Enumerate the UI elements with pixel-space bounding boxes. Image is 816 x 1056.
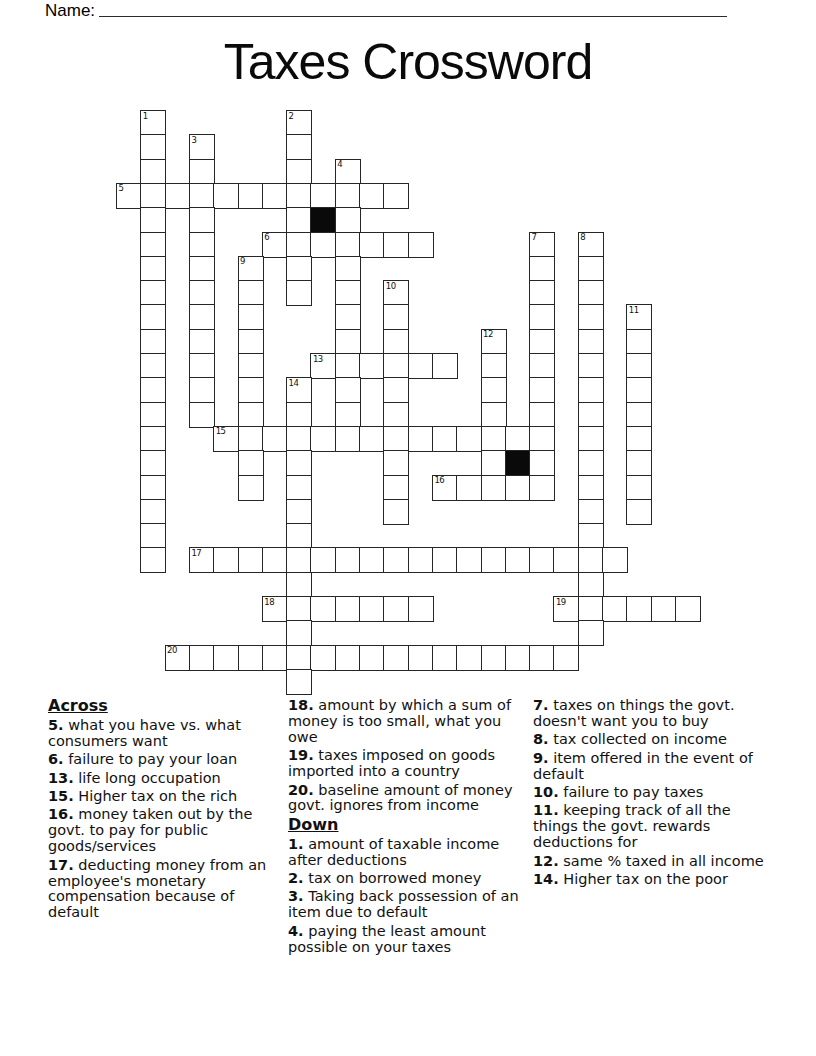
- grid-cell[interactable]: [383, 304, 409, 330]
- clue-number-3: 3: [191, 135, 196, 145]
- grid-cell[interactable]: [140, 426, 166, 452]
- grid-cell[interactable]: [408, 426, 434, 452]
- grid-cell[interactable]: [529, 353, 555, 379]
- grid-cell[interactable]: [383, 377, 409, 403]
- grid-cell[interactable]: [335, 256, 361, 282]
- grid-cell[interactable]: [262, 183, 288, 209]
- grid-cell[interactable]: [238, 475, 264, 501]
- grid-cell[interactable]: [140, 402, 166, 428]
- grid-cell[interactable]: [529, 402, 555, 428]
- grid-cell[interactable]: [529, 256, 555, 282]
- grid-cell[interactable]: [578, 329, 604, 355]
- grid-cell[interactable]: [578, 304, 604, 330]
- clue-text: Higher tax on the rich: [74, 788, 237, 804]
- grid-cell[interactable]: [578, 402, 604, 428]
- grid-cell[interactable]: [140, 134, 166, 160]
- grid-cell[interactable]: [505, 547, 531, 573]
- clue-list-number: 3.: [288, 888, 304, 904]
- grid-cell[interactable]: [383, 232, 409, 258]
- grid-cell[interactable]: [481, 547, 507, 573]
- grid-cell[interactable]: [529, 304, 555, 330]
- clue-5: 5. what you have vs. what consumers want: [48, 718, 281, 750]
- grid-cell[interactable]: [626, 329, 652, 355]
- grid-cell[interactable]: [310, 232, 336, 258]
- grid-cell[interactable]: [505, 475, 531, 501]
- grid-cell[interactable]: [675, 596, 701, 622]
- grid-cell[interactable]: [481, 402, 507, 428]
- grid-cell[interactable]: 18: [262, 596, 288, 622]
- grid-cell[interactable]: 9: [238, 256, 264, 282]
- grid-cell[interactable]: [408, 232, 434, 258]
- clue-number-16: 16: [434, 475, 444, 485]
- grid-cell[interactable]: [238, 280, 264, 306]
- grid-cell[interactable]: [335, 377, 361, 403]
- clue-text: what you have vs. what consumers want: [48, 717, 241, 749]
- grid-cell[interactable]: [432, 353, 458, 379]
- clue-text: life long occupation: [74, 770, 221, 786]
- clue-number-15: 15: [216, 426, 226, 436]
- grid-cell[interactable]: [359, 596, 385, 622]
- clue-list-number: 5.: [48, 717, 64, 733]
- grid-cell[interactable]: [432, 426, 458, 452]
- clue-number-12: 12: [483, 329, 493, 339]
- grid-cell[interactable]: [286, 547, 312, 573]
- grid-cell[interactable]: [238, 645, 264, 671]
- grid-cell[interactable]: 14: [286, 377, 312, 403]
- grid-cell[interactable]: [383, 547, 409, 573]
- grid-cell[interactable]: 6: [262, 232, 288, 258]
- clue-list-number: 13.: [48, 770, 74, 786]
- clue-number-4: 4: [337, 159, 342, 169]
- grid-cell[interactable]: 2: [286, 110, 312, 136]
- clue-list-number: 9.: [533, 750, 549, 766]
- grid-cell[interactable]: [383, 475, 409, 501]
- grid-cell[interactable]: [238, 426, 264, 452]
- grid-cell[interactable]: [189, 256, 215, 282]
- clue-15: 15. Higher tax on the rich: [48, 789, 281, 805]
- clue-17: 17. deducting money from an employee's m…: [48, 858, 281, 922]
- grid-cell[interactable]: [553, 547, 579, 573]
- clue-number-17: 17: [191, 548, 201, 558]
- grid-cell[interactable]: [529, 475, 555, 501]
- clue-text: money taken out by the govt. to pay for …: [48, 806, 252, 854]
- grid-cell[interactable]: [286, 159, 312, 185]
- grid-cell[interactable]: [140, 256, 166, 282]
- grid-cell[interactable]: [213, 645, 239, 671]
- grid-cell[interactable]: [408, 353, 434, 379]
- puzzle-title: Taxes Crossword: [0, 36, 816, 88]
- grid-cell[interactable]: 16: [432, 475, 458, 501]
- grid-cell[interactable]: [140, 159, 166, 185]
- grid-cell[interactable]: [432, 645, 458, 671]
- grid-cell[interactable]: [383, 645, 409, 671]
- grid-cell[interactable]: [286, 426, 312, 452]
- clue-text: amount of taxable income after deduction…: [288, 836, 499, 868]
- grid-cell[interactable]: [529, 547, 555, 573]
- clue-number-18: 18: [264, 597, 274, 607]
- clue-text: failure to pay taxes: [559, 784, 704, 800]
- clue-column-across: Across5. what you have vs. what consumer…: [48, 698, 281, 924]
- clue-list-number: 4.: [288, 923, 304, 939]
- grid-cell[interactable]: [505, 645, 531, 671]
- grid-cell[interactable]: [140, 523, 166, 549]
- grid-cell[interactable]: [310, 645, 336, 671]
- grid-cell[interactable]: [408, 547, 434, 573]
- grid-cell[interactable]: [383, 426, 409, 452]
- grid-cell[interactable]: [140, 547, 166, 573]
- grid-cell[interactable]: [626, 353, 652, 379]
- grid-cell[interactable]: [286, 207, 312, 233]
- clue-text: Taking back possession of an item due to…: [288, 888, 519, 920]
- grid-cell[interactable]: [238, 183, 264, 209]
- grid-cell[interactable]: [213, 547, 239, 573]
- grid-cell[interactable]: 15: [213, 426, 239, 452]
- clue-text: failure to pay your loan: [64, 751, 238, 767]
- grid-cell[interactable]: [408, 645, 434, 671]
- clue-18: 18. amount by which a sum of money is to…: [288, 698, 524, 746]
- grid-cell[interactable]: [578, 572, 604, 598]
- grid-cell[interactable]: [578, 280, 604, 306]
- grid-cell[interactable]: 7: [529, 232, 555, 258]
- clue-6: 6. failure to pay your loan: [48, 752, 281, 768]
- grid-cell[interactable]: [140, 499, 166, 525]
- grid-cell[interactable]: [383, 499, 409, 525]
- grid-cell[interactable]: [359, 547, 385, 573]
- grid-cell[interactable]: [189, 329, 215, 355]
- grid-cell[interactable]: [481, 426, 507, 452]
- crossword-grid: 1234567891011121314151617181920: [116, 110, 702, 696]
- clue-number-6: 6: [264, 232, 269, 242]
- grid-cell[interactable]: [578, 523, 604, 549]
- grid-cell[interactable]: [140, 304, 166, 330]
- clue-list-number: 11.: [533, 802, 559, 818]
- grid-cell[interactable]: [578, 596, 604, 622]
- grid-cell[interactable]: [578, 547, 604, 573]
- grid-cell[interactable]: [262, 426, 288, 452]
- clue-20: 20. baseline amount of money govt. ignor…: [288, 783, 524, 815]
- grid-cell[interactable]: [335, 329, 361, 355]
- clue-text: paying the least amount possible on your…: [288, 923, 486, 955]
- grid-cell[interactable]: [383, 353, 409, 379]
- clue-text: tax on borrowed money: [304, 870, 482, 886]
- clue-text: deducting money from an employee's monet…: [48, 857, 266, 921]
- grid-cell[interactable]: [238, 402, 264, 428]
- grid-cell[interactable]: [578, 353, 604, 379]
- grid-cell[interactable]: [335, 207, 361, 233]
- grid-cell[interactable]: [383, 329, 409, 355]
- clue-list-number: 19.: [288, 747, 314, 763]
- grid-cell[interactable]: [189, 645, 215, 671]
- grid-cell[interactable]: [140, 450, 166, 476]
- clue-number-9: 9: [240, 256, 245, 266]
- clue-11: 11. keeping track of all the things the …: [533, 803, 771, 851]
- clue-list-number: 18.: [288, 697, 314, 713]
- clue-list-number: 14.: [533, 871, 559, 887]
- grid-cell[interactable]: [432, 547, 458, 573]
- black-cell: [310, 207, 336, 233]
- grid-cell[interactable]: [189, 353, 215, 379]
- grid-cell[interactable]: [262, 547, 288, 573]
- clue-number-2: 2: [289, 111, 294, 121]
- grid-cell[interactable]: [505, 426, 531, 452]
- grid-cell[interactable]: [286, 645, 312, 671]
- grid-cell[interactable]: [140, 475, 166, 501]
- grid-cell[interactable]: [238, 450, 264, 476]
- grid-cell[interactable]: [310, 426, 336, 452]
- grid-cell[interactable]: [189, 183, 215, 209]
- clue-10: 10. failure to pay taxes: [533, 785, 771, 801]
- grid-cell[interactable]: [140, 207, 166, 233]
- grid-cell[interactable]: [626, 450, 652, 476]
- grid-cell[interactable]: [213, 183, 239, 209]
- grid-cell[interactable]: [189, 402, 215, 428]
- grid-cell[interactable]: [286, 620, 312, 646]
- clue-12: 12. same % taxed in all income: [533, 854, 771, 870]
- grid-cell[interactable]: [335, 183, 361, 209]
- clue-text: item offered in the event of default: [533, 750, 753, 782]
- clue-list-number: 17.: [48, 857, 74, 873]
- grid-cell[interactable]: [578, 426, 604, 452]
- grid-cell[interactable]: [626, 426, 652, 452]
- grid-cell[interactable]: 3: [189, 134, 215, 160]
- clue-number-5: 5: [119, 183, 124, 193]
- grid-cell[interactable]: [626, 596, 652, 622]
- grid-cell[interactable]: [481, 353, 507, 379]
- grid-cell[interactable]: [578, 620, 604, 646]
- clue-column-middle: 18. amount by which a sum of money is to…: [288, 698, 524, 958]
- grid-cell[interactable]: [335, 232, 361, 258]
- grid-cell[interactable]: [553, 645, 579, 671]
- grid-cell[interactable]: [310, 547, 336, 573]
- clues-across-header: Across: [48, 698, 281, 714]
- grid-cell[interactable]: [238, 304, 264, 330]
- grid-cell[interactable]: [310, 183, 336, 209]
- grid-cell[interactable]: [456, 645, 482, 671]
- grid-cell[interactable]: [189, 232, 215, 258]
- grid-cell[interactable]: [578, 450, 604, 476]
- grid-cell[interactable]: [626, 499, 652, 525]
- name-fill-line[interactable]: [99, 0, 727, 17]
- grid-cell[interactable]: [238, 547, 264, 573]
- clue-number-8: 8: [580, 232, 585, 242]
- grid-cell[interactable]: 20: [165, 645, 191, 671]
- grid-cell[interactable]: [456, 475, 482, 501]
- clue-list-number: 10.: [533, 784, 559, 800]
- grid-cell[interactable]: [578, 256, 604, 282]
- grid-cell[interactable]: [335, 353, 361, 379]
- grid-cell[interactable]: 17: [189, 547, 215, 573]
- clues-down-header: Down: [288, 817, 524, 833]
- grid-cell[interactable]: [189, 207, 215, 233]
- grid-cell[interactable]: [238, 377, 264, 403]
- grid-cell[interactable]: 13: [310, 353, 336, 379]
- grid-cell[interactable]: [383, 402, 409, 428]
- grid-cell[interactable]: [286, 596, 312, 622]
- clue-list-number: 12.: [533, 853, 559, 869]
- clue-list-number: 7.: [533, 697, 549, 713]
- grid-cell[interactable]: [481, 377, 507, 403]
- grid-cell[interactable]: [286, 134, 312, 160]
- grid-cell[interactable]: [602, 596, 628, 622]
- clue-number-11: 11: [629, 305, 639, 315]
- black-cell: [505, 450, 531, 476]
- clue-list-number: 1.: [288, 836, 304, 852]
- grid-cell[interactable]: [359, 426, 385, 452]
- grid-cell[interactable]: 1: [140, 110, 166, 136]
- grid-cell[interactable]: 11: [626, 304, 652, 330]
- grid-cell[interactable]: [408, 596, 434, 622]
- grid-cell[interactable]: [286, 523, 312, 549]
- grid-cell[interactable]: [262, 645, 288, 671]
- grid-cell[interactable]: [626, 402, 652, 428]
- grid-cell[interactable]: 8: [578, 232, 604, 258]
- clue-number-7: 7: [532, 232, 537, 242]
- grid-cell[interactable]: [286, 256, 312, 282]
- grid-cell[interactable]: [359, 232, 385, 258]
- clue-text: tax collected on income: [549, 731, 727, 747]
- clue-list-number: 20.: [288, 782, 314, 798]
- grid-cell[interactable]: [335, 426, 361, 452]
- clue-text: Higher tax on the poor: [559, 871, 728, 887]
- grid-cell[interactable]: [651, 596, 677, 622]
- grid-cell[interactable]: [335, 547, 361, 573]
- grid-cell[interactable]: [335, 402, 361, 428]
- grid-cell[interactable]: 12: [481, 329, 507, 355]
- clue-7: 7. taxes on things the govt. doesn't wan…: [533, 698, 771, 730]
- clue-text: same % taxed in all income: [559, 853, 764, 869]
- clue-text: baseline amount of money govt. ignores f…: [288, 782, 512, 814]
- clue-number-20: 20: [167, 645, 177, 655]
- clue-list-number: 15.: [48, 788, 74, 804]
- grid-cell[interactable]: [140, 329, 166, 355]
- clue-4: 4. paying the least amount possible on y…: [288, 924, 524, 956]
- grid-cell[interactable]: [189, 377, 215, 403]
- grid-cell[interactable]: 10: [383, 280, 409, 306]
- grid-cell[interactable]: [238, 353, 264, 379]
- clue-number-10: 10: [386, 281, 396, 291]
- grid-cell[interactable]: [578, 475, 604, 501]
- grid-cell[interactable]: [456, 426, 482, 452]
- grid-cell[interactable]: [383, 450, 409, 476]
- clue-list-number: 16.: [48, 806, 74, 822]
- grid-cell[interactable]: [189, 280, 215, 306]
- grid-cell[interactable]: [335, 304, 361, 330]
- grid-cell[interactable]: [286, 450, 312, 476]
- clue-list-number: 8.: [533, 731, 549, 747]
- clue-2: 2. tax on borrowed money: [288, 871, 524, 887]
- clue-text: keeping track of all the things the govt…: [533, 802, 731, 850]
- grid-cell[interactable]: [529, 426, 555, 452]
- clue-column-down: 7. taxes on things the govt. doesn't wan…: [533, 698, 771, 890]
- grid-cell[interactable]: [140, 353, 166, 379]
- grid-cell[interactable]: [286, 402, 312, 428]
- clue-13: 13. life long occupation: [48, 771, 281, 787]
- grid-cell[interactable]: [286, 183, 312, 209]
- clue-3: 3. Taking back possession of an item due…: [288, 889, 524, 921]
- grid-cell[interactable]: [529, 645, 555, 671]
- grid-cell[interactable]: [481, 645, 507, 671]
- clue-number-14: 14: [289, 378, 299, 388]
- grid-cell[interactable]: [310, 596, 336, 622]
- grid-cell[interactable]: [529, 377, 555, 403]
- grid-cell[interactable]: [286, 572, 312, 598]
- grid-cell[interactable]: [481, 475, 507, 501]
- grid-cell[interactable]: 19: [553, 596, 579, 622]
- clue-number-1: 1: [143, 111, 148, 121]
- clue-number-13: 13: [313, 354, 323, 364]
- grid-cell[interactable]: [189, 304, 215, 330]
- clue-1: 1. amount of taxable income after deduct…: [288, 837, 524, 869]
- grid-cell[interactable]: [335, 280, 361, 306]
- clue-text: taxes on things the govt. doesn't want y…: [533, 697, 735, 729]
- clue-list-number: 6.: [48, 751, 64, 767]
- grid-cell[interactable]: 4: [335, 159, 361, 185]
- grid-cell[interactable]: [286, 499, 312, 525]
- grid-cell[interactable]: [578, 377, 604, 403]
- grid-cell[interactable]: [335, 645, 361, 671]
- clue-text: taxes imposed on goods imported into a c…: [288, 747, 495, 779]
- grid-cell[interactable]: [238, 329, 264, 355]
- grid-cell[interactable]: [359, 353, 385, 379]
- grid-cell[interactable]: [529, 280, 555, 306]
- clue-text: amount by which a sum of money is too sm…: [288, 697, 511, 745]
- grid-cell[interactable]: [626, 377, 652, 403]
- grid-cell[interactable]: [383, 596, 409, 622]
- grid-cell[interactable]: [359, 645, 385, 671]
- clue-14: 14. Higher tax on the poor: [533, 872, 771, 888]
- grid-cell[interactable]: [165, 183, 191, 209]
- grid-cell[interactable]: [529, 450, 555, 476]
- name-label: Name:: [45, 1, 95, 21]
- grid-cell[interactable]: [359, 183, 385, 209]
- clue-list-number: 2.: [288, 870, 304, 886]
- grid-cell[interactable]: [383, 183, 409, 209]
- grid-cell[interactable]: [140, 280, 166, 306]
- grid-cell[interactable]: [286, 280, 312, 306]
- clue-16: 16. money taken out by the govt. to pay …: [48, 807, 281, 855]
- clue-number-19: 19: [556, 597, 566, 607]
- grid-cell[interactable]: [286, 475, 312, 501]
- grid-cell[interactable]: [286, 669, 312, 695]
- grid-cell[interactable]: [456, 547, 482, 573]
- grid-cell[interactable]: [140, 377, 166, 403]
- grid-cell[interactable]: [529, 329, 555, 355]
- clue-19: 19. taxes imposed on goods imported into…: [288, 748, 524, 780]
- clue-8: 8. tax collected on income: [533, 732, 771, 748]
- grid-cell[interactable]: [140, 183, 166, 209]
- grid-cell[interactable]: [578, 499, 604, 525]
- grid-cell[interactable]: [626, 475, 652, 501]
- grid-cell[interactable]: [335, 596, 361, 622]
- grid-cell[interactable]: [286, 232, 312, 258]
- grid-cell[interactable]: [140, 232, 166, 258]
- clue-9: 9. item offered in the event of default: [533, 751, 771, 783]
- grid-cell[interactable]: [189, 159, 215, 185]
- grid-cell[interactable]: [602, 547, 628, 573]
- grid-cell[interactable]: [481, 450, 507, 476]
- grid-cell[interactable]: 5: [116, 183, 142, 209]
